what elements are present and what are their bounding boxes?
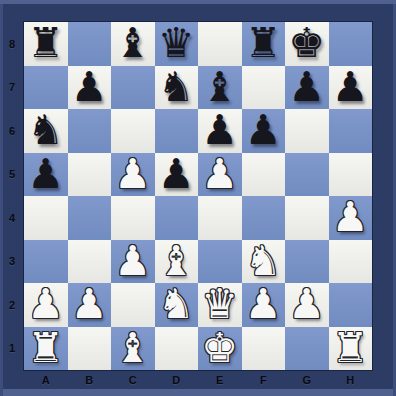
white-rook-a1[interactable]: ♜ bbox=[27, 328, 64, 369]
file-label-f: F bbox=[242, 371, 286, 388]
file-labels: ABCDEFGH bbox=[24, 371, 372, 388]
rank-label-8: 8 bbox=[0, 22, 24, 66]
square-g2[interactable]: ♟ bbox=[285, 283, 329, 327]
square-c5[interactable]: ♟ bbox=[111, 153, 155, 197]
square-g3[interactable] bbox=[285, 240, 329, 284]
square-e5[interactable]: ♟ bbox=[198, 153, 242, 197]
rank-label-4: 4 bbox=[0, 196, 24, 240]
square-c2[interactable] bbox=[111, 283, 155, 327]
square-f1[interactable] bbox=[242, 327, 286, 371]
square-e6[interactable]: ♟ bbox=[198, 109, 242, 153]
white-bishop-c1[interactable]: ♝ bbox=[114, 328, 151, 369]
white-knight-f3[interactable]: ♞ bbox=[245, 241, 282, 282]
square-c8[interactable]: ♝ bbox=[111, 22, 155, 66]
square-e1[interactable]: ♚ bbox=[198, 327, 242, 371]
rank-label-7: 7 bbox=[0, 66, 24, 110]
square-h7[interactable]: ♟ bbox=[329, 66, 373, 110]
rank-label-1: 1 bbox=[0, 327, 24, 371]
white-pawn-a2[interactable]: ♟ bbox=[27, 284, 64, 325]
black-pawn-b7[interactable]: ♟ bbox=[71, 67, 108, 108]
square-b4[interactable] bbox=[68, 196, 112, 240]
white-pawn-c3[interactable]: ♟ bbox=[114, 241, 151, 282]
black-knight-a6[interactable]: ♞ bbox=[27, 110, 64, 151]
black-bishop-e7[interactable]: ♝ bbox=[201, 67, 238, 108]
file-label-c: C bbox=[111, 371, 155, 388]
white-knight-d2[interactable]: ♞ bbox=[158, 284, 195, 325]
black-pawn-f6[interactable]: ♟ bbox=[245, 110, 282, 151]
square-a7[interactable] bbox=[24, 66, 68, 110]
square-a3[interactable] bbox=[24, 240, 68, 284]
chess-board-frame: 87654321 ♜♝♛♜♚♟♞♝♟♟♞♟♟♟♟♟♟♟♟♝♞♟♟♞♛♟♟♜♝♚♜… bbox=[0, 0, 396, 396]
square-a6[interactable]: ♞ bbox=[24, 109, 68, 153]
square-a4[interactable] bbox=[24, 196, 68, 240]
square-h4[interactable]: ♟ bbox=[329, 196, 373, 240]
square-e2[interactable]: ♛ bbox=[198, 283, 242, 327]
black-knight-d7[interactable]: ♞ bbox=[158, 67, 195, 108]
white-bishop-d3[interactable]: ♝ bbox=[158, 241, 195, 282]
white-king-e1[interactable]: ♚ bbox=[201, 328, 238, 369]
square-e8[interactable] bbox=[198, 22, 242, 66]
square-d4[interactable] bbox=[155, 196, 199, 240]
square-h3[interactable] bbox=[329, 240, 373, 284]
black-pawn-h7[interactable]: ♟ bbox=[332, 67, 369, 108]
black-pawn-d5[interactable]: ♟ bbox=[158, 154, 195, 195]
file-label-a: A bbox=[24, 371, 68, 388]
square-c4[interactable] bbox=[111, 196, 155, 240]
black-queen-d8[interactable]: ♛ bbox=[158, 23, 195, 64]
square-b7[interactable]: ♟ bbox=[68, 66, 112, 110]
white-pawn-b2[interactable]: ♟ bbox=[71, 284, 108, 325]
square-h5[interactable] bbox=[329, 153, 373, 197]
square-b1[interactable] bbox=[68, 327, 112, 371]
square-g5[interactable] bbox=[285, 153, 329, 197]
black-pawn-g7[interactable]: ♟ bbox=[288, 67, 325, 108]
square-c1[interactable]: ♝ bbox=[111, 327, 155, 371]
square-f7[interactable] bbox=[242, 66, 286, 110]
square-f5[interactable] bbox=[242, 153, 286, 197]
square-f2[interactable]: ♟ bbox=[242, 283, 286, 327]
square-a2[interactable]: ♟ bbox=[24, 283, 68, 327]
square-c7[interactable] bbox=[111, 66, 155, 110]
square-h6[interactable] bbox=[329, 109, 373, 153]
square-b8[interactable] bbox=[68, 22, 112, 66]
square-d8[interactable]: ♛ bbox=[155, 22, 199, 66]
square-g4[interactable] bbox=[285, 196, 329, 240]
square-a8[interactable]: ♜ bbox=[24, 22, 68, 66]
square-f3[interactable]: ♞ bbox=[242, 240, 286, 284]
rank-label-6: 6 bbox=[0, 109, 24, 153]
white-pawn-f2[interactable]: ♟ bbox=[245, 284, 282, 325]
square-b3[interactable] bbox=[68, 240, 112, 284]
square-h2[interactable] bbox=[329, 283, 373, 327]
square-f4[interactable] bbox=[242, 196, 286, 240]
white-pawn-e5[interactable]: ♟ bbox=[201, 154, 238, 195]
file-label-e: E bbox=[198, 371, 242, 388]
square-e7[interactable]: ♝ bbox=[198, 66, 242, 110]
white-pawn-c5[interactable]: ♟ bbox=[114, 154, 151, 195]
rank-label-2: 2 bbox=[0, 283, 24, 327]
square-g8[interactable]: ♚ bbox=[285, 22, 329, 66]
black-pawn-e6[interactable]: ♟ bbox=[201, 110, 238, 151]
chess-board: ♜♝♛♜♚♟♞♝♟♟♞♟♟♟♟♟♟♟♟♝♞♟♟♞♛♟♟♜♝♚♜ bbox=[24, 22, 372, 370]
square-f8[interactable]: ♜ bbox=[242, 22, 286, 66]
square-g6[interactable] bbox=[285, 109, 329, 153]
black-king-g8[interactable]: ♚ bbox=[288, 23, 325, 64]
square-c6[interactable] bbox=[111, 109, 155, 153]
square-d7[interactable]: ♞ bbox=[155, 66, 199, 110]
square-f6[interactable]: ♟ bbox=[242, 109, 286, 153]
rank-label-3: 3 bbox=[0, 240, 24, 284]
square-a1[interactable]: ♜ bbox=[24, 327, 68, 371]
square-d6[interactable] bbox=[155, 109, 199, 153]
square-d5[interactable]: ♟ bbox=[155, 153, 199, 197]
square-b5[interactable] bbox=[68, 153, 112, 197]
square-d3[interactable]: ♝ bbox=[155, 240, 199, 284]
black-bishop-c8[interactable]: ♝ bbox=[114, 23, 151, 64]
square-b2[interactable]: ♟ bbox=[68, 283, 112, 327]
file-label-b: B bbox=[68, 371, 112, 388]
rank-labels: 87654321 bbox=[0, 22, 24, 370]
black-rook-a8[interactable]: ♜ bbox=[27, 23, 64, 64]
file-label-h: H bbox=[329, 371, 373, 388]
square-b6[interactable] bbox=[68, 109, 112, 153]
square-c3[interactable]: ♟ bbox=[111, 240, 155, 284]
white-rook-h1[interactable]: ♜ bbox=[332, 328, 369, 369]
square-e4[interactable] bbox=[198, 196, 242, 240]
white-pawn-h4[interactable]: ♟ bbox=[332, 197, 369, 238]
square-g7[interactable]: ♟ bbox=[285, 66, 329, 110]
square-e3[interactable] bbox=[198, 240, 242, 284]
white-queen-e2[interactable]: ♛ bbox=[201, 284, 238, 325]
black-pawn-a5[interactable]: ♟ bbox=[27, 154, 64, 195]
square-h8[interactable] bbox=[329, 22, 373, 66]
square-a5[interactable]: ♟ bbox=[24, 153, 68, 197]
rank-label-5: 5 bbox=[0, 153, 24, 197]
black-rook-f8[interactable]: ♜ bbox=[245, 23, 282, 64]
file-label-d: D bbox=[155, 371, 199, 388]
square-d1[interactable] bbox=[155, 327, 199, 371]
square-h1[interactable]: ♜ bbox=[329, 327, 373, 371]
square-d2[interactable]: ♞ bbox=[155, 283, 199, 327]
file-label-g: G bbox=[285, 371, 329, 388]
white-pawn-g2[interactable]: ♟ bbox=[288, 284, 325, 325]
square-g1[interactable] bbox=[285, 327, 329, 371]
